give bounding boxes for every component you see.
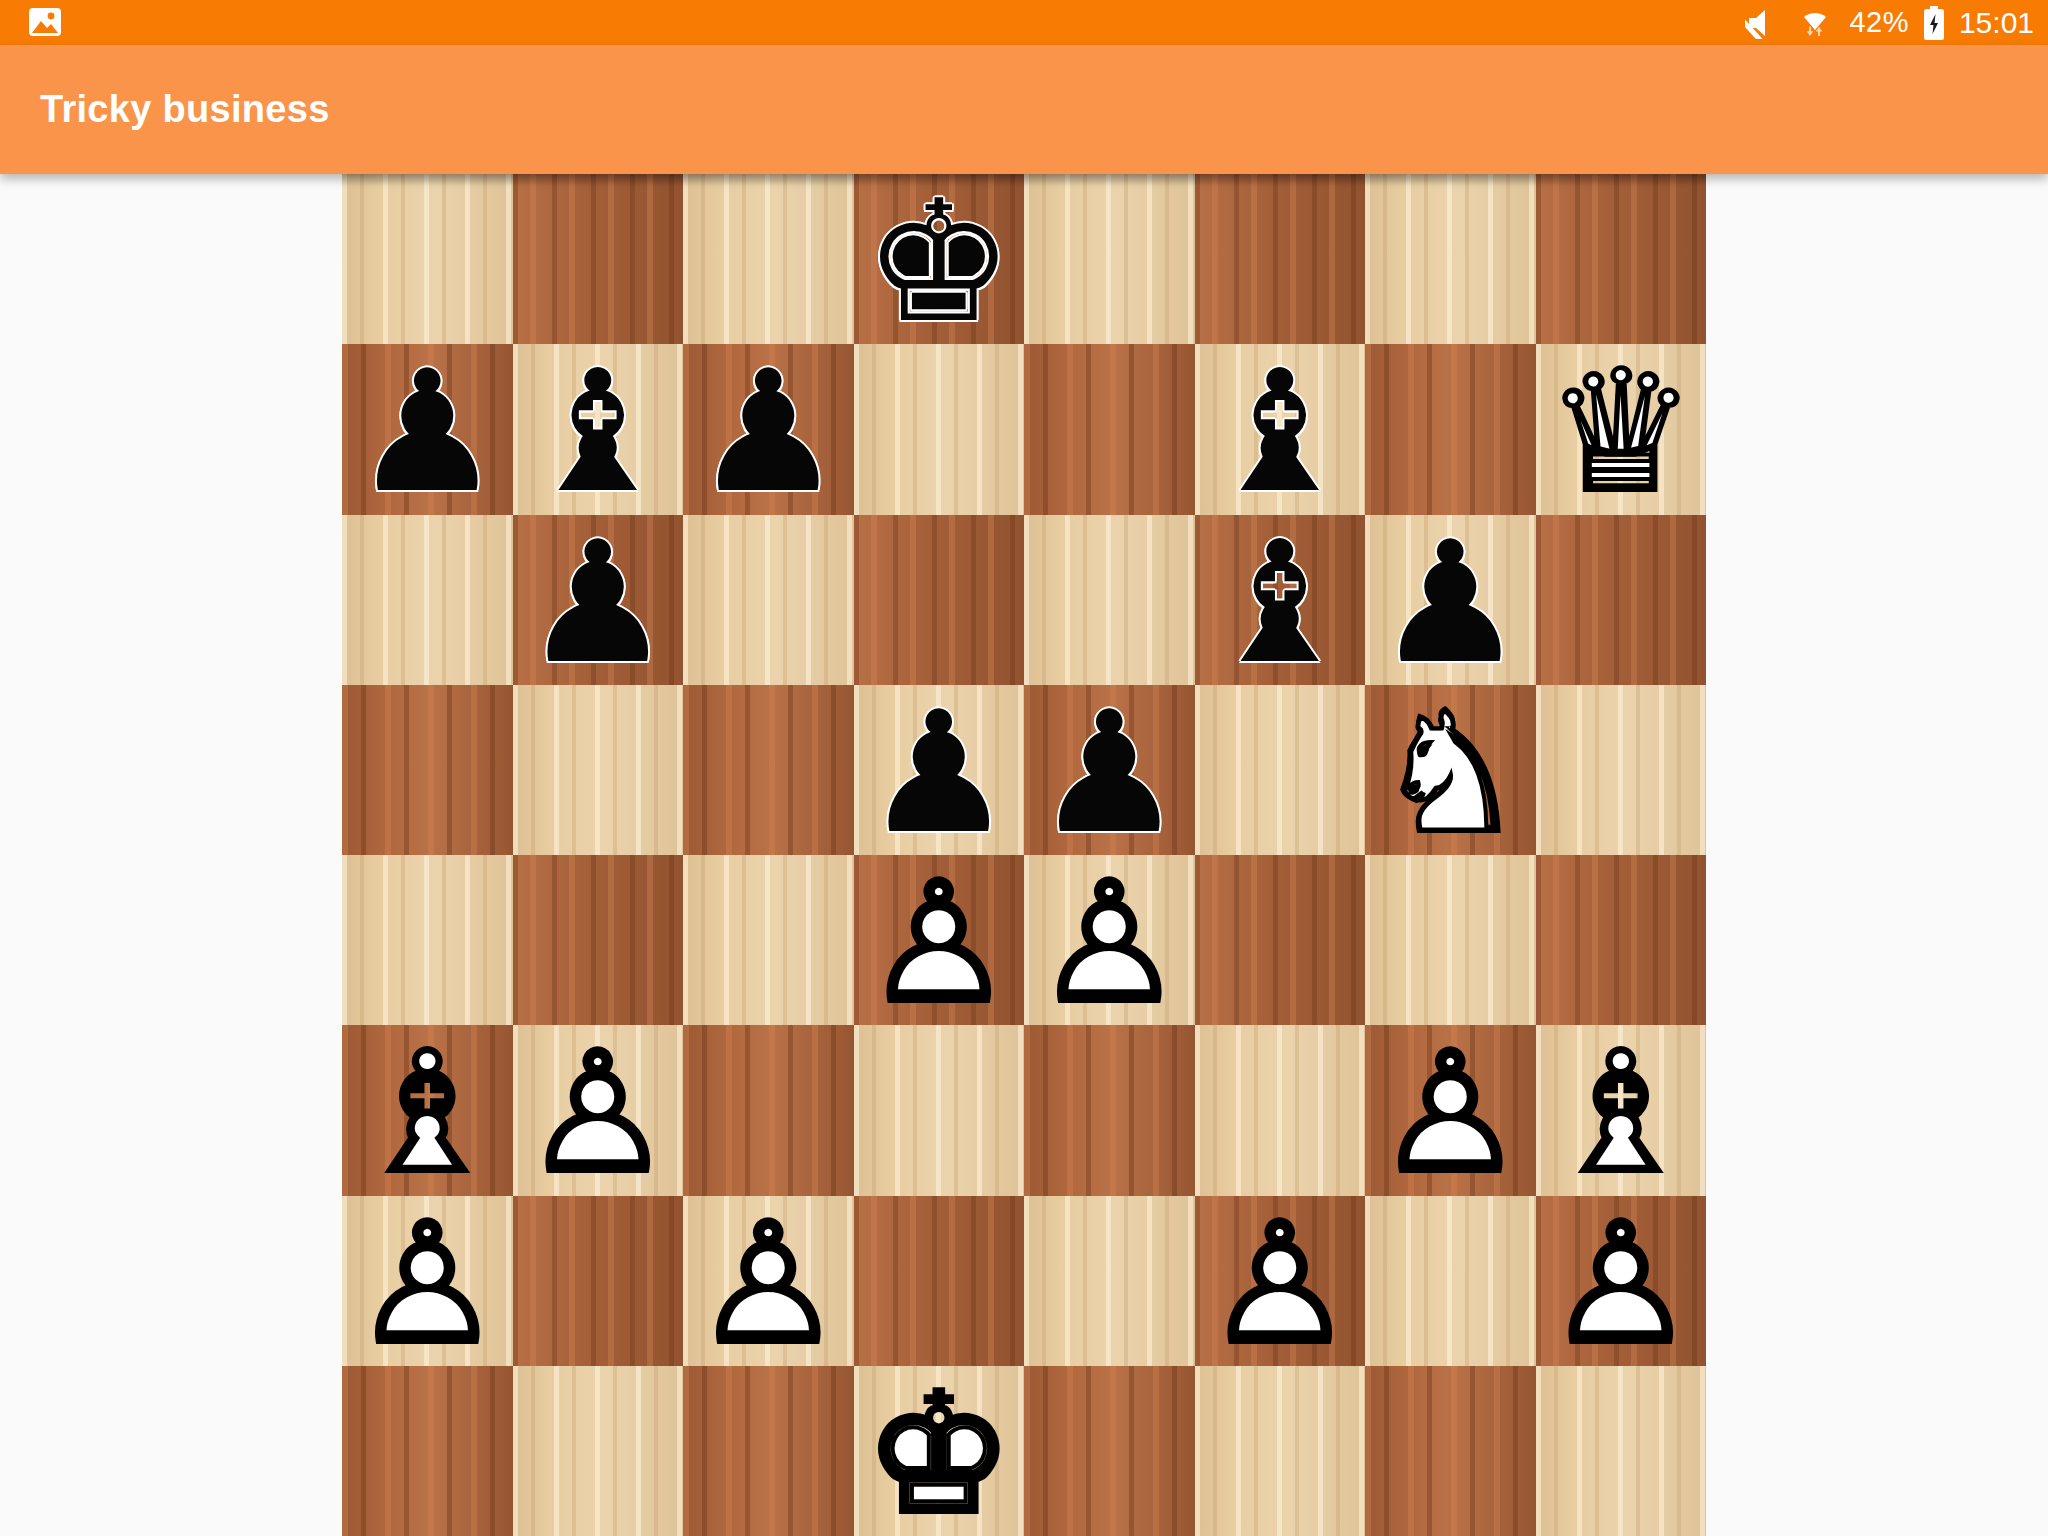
square-b8[interactable] bbox=[513, 174, 684, 344]
battery-percent: 42% bbox=[1849, 6, 1909, 39]
image-notification-icon bbox=[28, 7, 62, 37]
square-h6[interactable] bbox=[1536, 515, 1707, 685]
page-title: Tricky business bbox=[0, 88, 330, 131]
piece-black-king[interactable]: ♚ bbox=[854, 177, 1025, 344]
square-g5[interactable]: ♞♘ bbox=[1365, 685, 1536, 855]
square-e3[interactable] bbox=[1024, 1025, 1195, 1195]
square-g8[interactable] bbox=[1365, 174, 1536, 344]
square-e7[interactable] bbox=[1024, 344, 1195, 514]
square-c1[interactable] bbox=[683, 1366, 854, 1536]
piece-white-pawn[interactable]: ♟♙ bbox=[1365, 1028, 1536, 1195]
square-d7[interactable] bbox=[854, 344, 1025, 514]
piece-black-pawn[interactable]: ♟ bbox=[683, 347, 854, 514]
piece-white-bishop[interactable]: ♝♗ bbox=[1536, 1028, 1707, 1195]
square-f3[interactable] bbox=[1195, 1025, 1366, 1195]
piece-white-pawn[interactable]: ♟♙ bbox=[1536, 1199, 1707, 1366]
piece-black-pawn[interactable]: ♟ bbox=[854, 688, 1025, 855]
piece-white-bishop[interactable]: ♝♗ bbox=[342, 1028, 513, 1195]
square-h7[interactable]: ♛♕ bbox=[1536, 344, 1707, 514]
square-f1[interactable] bbox=[1195, 1366, 1366, 1536]
muted-speaker-icon bbox=[1745, 7, 1781, 39]
square-a7[interactable]: ♟ bbox=[342, 344, 513, 514]
piece-black-pawn[interactable]: ♟ bbox=[1365, 518, 1536, 685]
square-f2[interactable]: ♟♙ bbox=[1195, 1196, 1366, 1366]
square-c6[interactable] bbox=[683, 515, 854, 685]
square-e4[interactable]: ♟♙ bbox=[1024, 855, 1195, 1025]
square-g6[interactable]: ♟ bbox=[1365, 515, 1536, 685]
square-e5[interactable]: ♟ bbox=[1024, 685, 1195, 855]
square-d6[interactable] bbox=[854, 515, 1025, 685]
piece-black-bishop[interactable]: ♝ bbox=[513, 347, 684, 514]
square-b2[interactable] bbox=[513, 1196, 684, 1366]
square-c7[interactable]: ♟ bbox=[683, 344, 854, 514]
square-f6[interactable]: ♝ bbox=[1195, 515, 1366, 685]
square-f5[interactable] bbox=[1195, 685, 1366, 855]
square-c3[interactable] bbox=[683, 1025, 854, 1195]
square-b7[interactable]: ♝ bbox=[513, 344, 684, 514]
square-b3[interactable]: ♟♙ bbox=[513, 1025, 684, 1195]
square-d4[interactable]: ♟♙ bbox=[854, 855, 1025, 1025]
square-f7[interactable]: ♝ bbox=[1195, 344, 1366, 514]
square-c8[interactable] bbox=[683, 174, 854, 344]
square-f4[interactable] bbox=[1195, 855, 1366, 1025]
piece-white-pawn[interactable]: ♟♙ bbox=[513, 1028, 684, 1195]
piece-white-pawn[interactable]: ♟♙ bbox=[1195, 1199, 1366, 1366]
piece-black-pawn[interactable]: ♟ bbox=[1024, 688, 1195, 855]
square-c2[interactable]: ♟♙ bbox=[683, 1196, 854, 1366]
piece-white-queen[interactable]: ♛♕ bbox=[1536, 347, 1707, 514]
square-a1[interactable] bbox=[342, 1366, 513, 1536]
chess-board[interactable]: ♚♟♝♟♝♛♕♟♝♟♟♟♞♘♟♙♟♙♝♗♟♙♟♙♝♗♟♙♟♙♟♙♟♙♚♔ bbox=[342, 174, 1706, 1536]
status-indicators: 42% 15:01 bbox=[1745, 0, 2034, 45]
square-c5[interactable] bbox=[683, 685, 854, 855]
square-a2[interactable]: ♟♙ bbox=[342, 1196, 513, 1366]
square-g1[interactable] bbox=[1365, 1366, 1536, 1536]
square-d1[interactable]: ♚♔ bbox=[854, 1366, 1025, 1536]
square-h3[interactable]: ♝♗ bbox=[1536, 1025, 1707, 1195]
square-g3[interactable]: ♟♙ bbox=[1365, 1025, 1536, 1195]
app-bar: Tricky business bbox=[0, 45, 2048, 174]
square-g2[interactable] bbox=[1365, 1196, 1536, 1366]
piece-white-king[interactable]: ♚♔ bbox=[854, 1369, 1025, 1536]
square-h5[interactable] bbox=[1536, 685, 1707, 855]
square-d5[interactable]: ♟ bbox=[854, 685, 1025, 855]
notification-area bbox=[28, 7, 62, 37]
piece-black-bishop[interactable]: ♝ bbox=[1195, 347, 1366, 514]
piece-white-pawn[interactable]: ♟♙ bbox=[1024, 858, 1195, 1025]
battery-charging-icon bbox=[1923, 5, 1945, 41]
square-e8[interactable] bbox=[1024, 174, 1195, 344]
square-e1[interactable] bbox=[1024, 1366, 1195, 1536]
piece-black-bishop[interactable]: ♝ bbox=[1195, 518, 1366, 685]
square-b5[interactable] bbox=[513, 685, 684, 855]
square-h1[interactable] bbox=[1536, 1366, 1707, 1536]
status-bar: 42% 15:01 bbox=[0, 0, 2048, 45]
square-d3[interactable] bbox=[854, 1025, 1025, 1195]
square-b4[interactable] bbox=[513, 855, 684, 1025]
piece-black-pawn[interactable]: ♟ bbox=[342, 347, 513, 514]
square-a8[interactable] bbox=[342, 174, 513, 344]
piece-white-pawn[interactable]: ♟♙ bbox=[854, 858, 1025, 1025]
piece-white-pawn[interactable]: ♟♙ bbox=[342, 1199, 513, 1366]
piece-white-knight[interactable]: ♞♘ bbox=[1365, 688, 1536, 855]
app-screen: 42% 15:01 Tricky business ♚♟♝♟♝♛♕♟♝♟♟♟♞♘… bbox=[0, 0, 2048, 1536]
square-g7[interactable] bbox=[1365, 344, 1536, 514]
square-h8[interactable] bbox=[1536, 174, 1707, 344]
square-a3[interactable]: ♝♗ bbox=[342, 1025, 513, 1195]
square-e6[interactable] bbox=[1024, 515, 1195, 685]
square-f8[interactable] bbox=[1195, 174, 1366, 344]
square-h4[interactable] bbox=[1536, 855, 1707, 1025]
square-h2[interactable]: ♟♙ bbox=[1536, 1196, 1707, 1366]
square-b1[interactable] bbox=[513, 1366, 684, 1536]
wifi-icon bbox=[1795, 6, 1835, 40]
square-d8[interactable]: ♚ bbox=[854, 174, 1025, 344]
square-c4[interactable] bbox=[683, 855, 854, 1025]
square-a4[interactable] bbox=[342, 855, 513, 1025]
piece-white-pawn[interactable]: ♟♙ bbox=[683, 1199, 854, 1366]
square-a6[interactable] bbox=[342, 515, 513, 685]
content-area: ♚♟♝♟♝♛♕♟♝♟♟♟♞♘♟♙♟♙♝♗♟♙♟♙♝♗♟♙♟♙♟♙♟♙♚♔ bbox=[0, 174, 2048, 1536]
square-a5[interactable] bbox=[342, 685, 513, 855]
piece-black-pawn[interactable]: ♟ bbox=[513, 518, 684, 685]
square-d2[interactable] bbox=[854, 1196, 1025, 1366]
square-g4[interactable] bbox=[1365, 855, 1536, 1025]
square-b6[interactable]: ♟ bbox=[513, 515, 684, 685]
square-e2[interactable] bbox=[1024, 1196, 1195, 1366]
clock: 15:01 bbox=[1959, 6, 2034, 40]
